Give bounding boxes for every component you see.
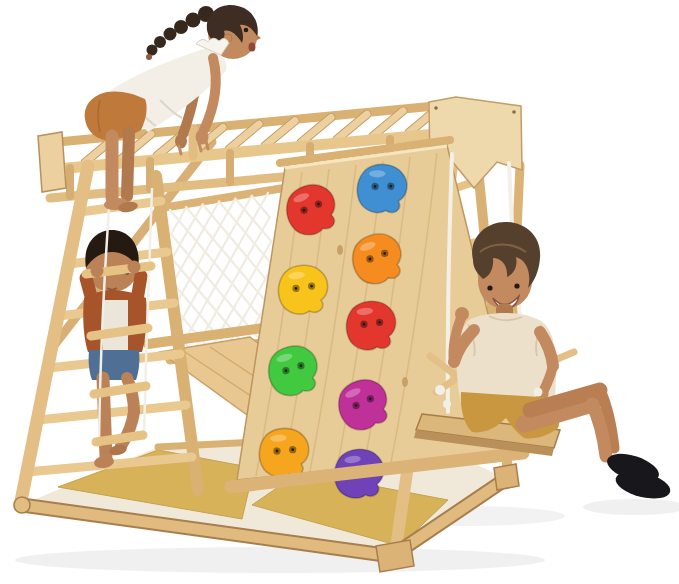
girl-eye: [244, 28, 249, 33]
rim-left-foot: [14, 497, 30, 513]
swing-rope-knot: [435, 385, 445, 395]
boy-eye-left: [487, 285, 492, 290]
panel-screw: [512, 110, 516, 114]
toddler-right-hand: [128, 261, 141, 274]
panel-screw: [434, 106, 438, 110]
deck-end-cap: [38, 132, 66, 192]
left-ladder-outer-rail: [20, 166, 88, 506]
girl-far-hand: [175, 134, 187, 149]
wall-knot: [402, 377, 408, 387]
rim-front-block: [376, 540, 414, 572]
swing-rope-knot: [534, 388, 543, 397]
playset-illustration: [0, 0, 679, 584]
swing-rope-knot: [443, 400, 451, 408]
product-photo: [0, 0, 679, 584]
rim-right-block: [494, 464, 519, 490]
girl-back-leg: [127, 132, 129, 196]
toddler-left-hand: [91, 265, 104, 278]
girl-open-mouth: [249, 43, 256, 52]
boy-right-hand: [455, 307, 469, 321]
boy-eye-right: [514, 283, 519, 288]
girl-hair-tie: [146, 54, 152, 60]
wall-knot: [337, 245, 343, 255]
girl-nose: [257, 35, 261, 40]
